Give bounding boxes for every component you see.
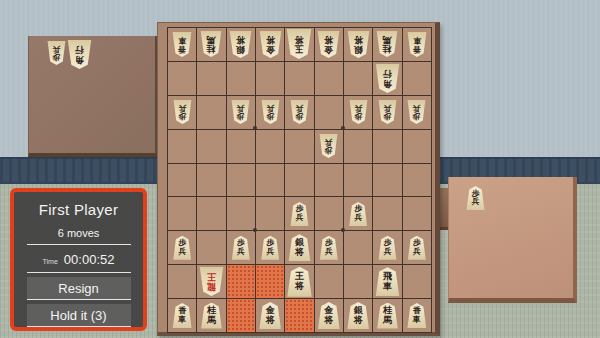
board-square-2-7[interactable]: 歩兵 [373,231,401,264]
board-square-6-4[interactable] [256,130,284,163]
piece-kanji: 香 [178,44,186,53]
piece-kanji: 行 [75,45,84,55]
piece-kanji: 兵 [325,248,333,257]
board-square-2-4[interactable] [373,130,401,163]
piece-p-sente[interactable]: 歩兵 [173,236,192,260]
board-square-1-5[interactable] [403,164,431,197]
board-square-1-4[interactable] [403,130,431,163]
star-point [341,228,345,232]
board-square-4-6[interactable] [315,197,343,230]
piece-kanji: 角 [75,55,84,65]
hold-it-button[interactable]: Hold it (3) [27,304,131,327]
board-square-5-2[interactable] [285,62,313,95]
piece-kanji: 馬 [383,316,392,326]
board-square-4-5[interactable] [315,164,343,197]
piece-kanji: 兵 [383,248,391,257]
piece-kanji: 車 [178,316,186,325]
board-square-1-2[interactable] [403,62,431,95]
piece-kanji: 歩 [354,112,362,121]
board-square-1-6[interactable] [403,197,431,230]
time-label: Time [43,258,58,265]
board-square-5-1[interactable]: 玉将 [285,28,313,61]
shogi-app: 歩兵角行 歩兵 香車桂馬銀将金将玉将金将銀将桂馬香車角行歩兵歩兵歩兵歩兵歩兵歩兵… [0,0,600,338]
board-square-4-2[interactable] [315,62,343,95]
board-square-7-3[interactable]: 歩兵 [227,96,255,129]
piece-kanji: 龍 [207,282,216,292]
hold-it-button-label: Hold it (3) [50,308,106,323]
board-square-5-9[interactable] [285,299,313,332]
board-square-6-9[interactable]: 金将 [256,299,284,332]
piece-kanji: 歩 [53,53,61,62]
piece-kanji: 金 [266,44,275,54]
piece-kanji: 馬 [207,316,216,326]
board-square-1-7[interactable]: 歩兵 [403,231,431,264]
board-square-2-9[interactable]: 桂馬 [373,299,401,332]
piece-kanji: 銀 [236,44,245,54]
board-square-6-2[interactable] [256,62,284,95]
piece-kanji: 将 [354,35,363,45]
board-square-6-6[interactable] [256,197,284,230]
board-square-9-7[interactable]: 歩兵 [168,231,196,264]
board-grid: 香車桂馬銀将金将玉将金将銀将桂馬香車角行歩兵歩兵歩兵歩兵歩兵歩兵歩兵歩兵歩兵歩兵… [167,27,432,333]
board-square-2-5[interactable] [373,164,401,197]
board-square-6-1[interactable]: 金将 [256,28,284,61]
board-square-3-5[interactable] [344,164,372,197]
board-square-7-2[interactable] [227,62,255,95]
board-square-7-1[interactable]: 銀将 [227,28,255,61]
piece-p-sente[interactable]: 歩兵 [466,186,485,210]
board-square-4-7[interactable]: 歩兵 [315,231,343,264]
piece-kanji: 将 [354,316,363,326]
piece-kanji: 金 [324,44,333,54]
board-square-3-6[interactable]: 歩兵 [344,197,372,230]
move-count-label: 6 moves [58,227,100,239]
sente-komadai: 歩兵 [448,177,577,303]
board-square-8-5[interactable] [197,164,225,197]
piece-n-sente[interactable]: 桂馬 [200,303,222,329]
board-square-2-6[interactable] [373,197,401,230]
board-square-8-9[interactable]: 桂馬 [197,299,225,332]
piece-p-gote[interactable]: 歩兵 [378,100,397,124]
board-square-1-3[interactable]: 歩兵 [403,96,431,129]
piece-kanji: 玉 [295,44,304,54]
board-square-1-1[interactable]: 香車 [403,28,431,61]
piece-kanji: 兵 [237,104,245,113]
piece-kanji: 兵 [354,104,362,113]
piece-kanji: 兵 [295,104,303,113]
board-square-4-4[interactable]: 歩兵 [315,130,343,163]
piece-s-gote[interactable]: 銀将 [347,31,370,58]
piece-kanji: 兵 [325,138,333,147]
piece-p-sente[interactable]: 歩兵 [261,236,280,260]
piece-kanji: 将 [324,316,333,326]
piece-promoted-r-gote[interactable]: 龍王 [199,267,224,296]
piece-kanji: 将 [295,248,304,258]
board-square-5-6[interactable]: 歩兵 [285,197,313,230]
piece-kanji: 兵 [178,104,186,113]
piece-kanji: 歩 [383,112,391,121]
board-square-2-1[interactable]: 桂馬 [373,28,401,61]
piece-kanji: 王 [207,272,216,282]
piece-n-sente[interactable]: 桂馬 [376,303,398,329]
piece-kanji: 将 [295,282,304,292]
board-square-8-7[interactable] [197,231,225,264]
board-square-9-6[interactable] [168,197,196,230]
board-square-3-7[interactable] [344,231,372,264]
board-square-5-4[interactable] [285,130,313,163]
piece-kanji: 兵 [266,104,274,113]
player-name-label: First Player [39,201,118,218]
piece-kanji: 将 [266,35,275,45]
piece-b-gote[interactable]: 角行 [375,64,400,93]
star-point [341,126,345,130]
board-square-5-3[interactable]: 歩兵 [285,96,313,129]
piece-p-sente[interactable]: 歩兵 [349,202,368,226]
piece-g-sente[interactable]: 金将 [317,302,340,329]
piece-p-gote[interactable]: 歩兵 [47,41,66,65]
piece-kanji: 桂 [383,44,392,54]
resign-button-label: Resign [58,281,98,296]
board-square-1-8[interactable] [403,265,431,298]
piece-kanji: 兵 [354,214,362,223]
piece-kanji: 兵 [413,248,421,257]
piece-g-gote[interactable]: 金将 [317,31,340,58]
board-square-7-4[interactable] [227,130,255,163]
board-square-7-9[interactable] [227,299,255,332]
board-square-9-8[interactable] [168,265,196,298]
piece-kanji: 馬 [383,35,392,45]
board-square-3-4[interactable] [344,130,372,163]
piece-l-sente[interactable]: 香車 [172,303,192,328]
piece-s-sente[interactable]: 銀将 [288,234,311,261]
board-square-5-7[interactable]: 銀将 [285,231,313,264]
piece-kanji: 銀 [354,44,363,54]
piece-l-sente[interactable]: 香車 [407,303,427,328]
piece-s-sente[interactable]: 銀将 [347,302,370,329]
piece-l-gote[interactable]: 香車 [172,32,192,57]
piece-p-sente[interactable]: 歩兵 [290,202,309,226]
piece-p-sente[interactable]: 歩兵 [319,236,338,260]
piece-kanji: 歩 [266,112,274,121]
piece-s-gote[interactable]: 銀将 [229,31,252,58]
piece-kanji: 歩 [295,112,303,121]
piece-p-sente[interactable]: 歩兵 [378,236,397,260]
divider [27,272,131,273]
piece-kanji: 行 [383,69,392,79]
piece-p-gote[interactable]: 歩兵 [290,100,309,124]
board-square-6-7[interactable]: 歩兵 [256,231,284,264]
board-square-6-8[interactable] [256,265,284,298]
board-square-7-5[interactable] [227,164,255,197]
star-point [253,126,257,130]
clock-value: 00:00:52 [64,252,115,267]
board-square-7-8[interactable] [227,265,255,298]
piece-kanji: 兵 [383,104,391,113]
piece-kanji: 兵 [266,248,274,257]
board-square-1-9[interactable]: 香車 [403,299,431,332]
piece-kanji: 車 [383,282,392,292]
piece-kanji: 車 [413,316,421,325]
board-square-3-1[interactable]: 銀将 [344,28,372,61]
piece-p-gote[interactable]: 歩兵 [407,100,426,124]
board-square-6-5[interactable] [256,164,284,197]
piece-kanji: 車 [178,36,186,45]
piece-p-sente[interactable]: 歩兵 [231,236,250,260]
board-square-8-8[interactable]: 龍王 [197,265,225,298]
piece-p-gote[interactable]: 歩兵 [349,100,368,124]
piece-kanji: 将 [236,35,245,45]
board-square-9-1[interactable]: 香車 [168,28,196,61]
shogi-board: 香車桂馬銀将金将玉将金将銀将桂馬香車角行歩兵歩兵歩兵歩兵歩兵歩兵歩兵歩兵歩兵歩兵… [157,22,440,336]
piece-p-sente[interactable]: 歩兵 [407,236,426,260]
piece-kanji: 兵 [178,248,186,257]
piece-kanji: 兵 [53,45,61,54]
piece-kanji: 歩 [413,112,421,121]
board-square-8-6[interactable] [197,197,225,230]
piece-kanji: 兵 [295,214,303,223]
board-square-9-2[interactable] [168,62,196,95]
player-info-panel: First Player 6 moves Time 00:00:52 Resig… [10,188,147,331]
board-square-3-9[interactable]: 銀将 [344,299,372,332]
board-square-2-2[interactable]: 角行 [373,62,401,95]
piece-g-gote[interactable]: 金将 [259,31,282,58]
piece-l-gote[interactable]: 香車 [407,32,427,57]
piece-p-gote[interactable]: 歩兵 [319,134,338,158]
board-square-3-3[interactable]: 歩兵 [344,96,372,129]
board-square-4-1[interactable]: 金将 [315,28,343,61]
piece-kanji: 歩 [178,112,186,121]
board-square-4-9[interactable]: 金将 [315,299,343,332]
board-square-9-9[interactable]: 香車 [168,299,196,332]
board-square-9-4[interactable] [168,130,196,163]
piece-kanji: 将 [266,316,275,326]
board-square-5-8[interactable]: 王将 [285,265,313,298]
board-square-8-1[interactable]: 桂馬 [197,28,225,61]
piece-b-gote[interactable]: 角行 [67,40,92,69]
piece-r-sente[interactable]: 飛車 [375,267,400,296]
board-square-2-3[interactable]: 歩兵 [373,96,401,129]
piece-kanji: 将 [324,35,333,45]
board-square-6-3[interactable]: 歩兵 [256,96,284,129]
piece-kanji: 歩 [237,112,245,121]
piece-kanji: 桂 [207,44,216,54]
board-square-8-3[interactable] [197,96,225,129]
piece-kanji: 将 [295,35,304,45]
board-square-2-8[interactable]: 飛車 [373,265,401,298]
piece-k-gote[interactable]: 玉将 [286,29,312,59]
resign-button[interactable]: Resign [27,277,131,300]
piece-g-sente[interactable]: 金将 [259,302,282,329]
piece-kanji: 角 [383,78,392,88]
divider [27,244,131,245]
board-square-9-5[interactable] [168,164,196,197]
board-square-3-2[interactable] [344,62,372,95]
piece-kanji: 馬 [207,35,216,45]
piece-kanji: 歩 [325,146,333,155]
board-square-4-3[interactable] [315,96,343,129]
piece-n-gote[interactable]: 桂馬 [376,31,398,57]
piece-n-gote[interactable]: 桂馬 [200,31,222,57]
piece-k-sente[interactable]: 王将 [286,267,312,297]
piece-kanji: 兵 [472,198,480,207]
gote-komadai: 歩兵角行 [28,36,158,157]
piece-kanji: 香 [413,44,421,53]
piece-p-gote[interactable]: 歩兵 [261,100,280,124]
piece-p-gote[interactable]: 歩兵 [173,100,192,124]
piece-kanji: 車 [413,36,421,45]
board-square-4-8[interactable] [315,265,343,298]
board-square-9-3[interactable]: 歩兵 [168,96,196,129]
board-square-8-2[interactable] [197,62,225,95]
board-square-5-5[interactable] [285,164,313,197]
piece-kanji: 兵 [237,248,245,257]
board-square-8-4[interactable] [197,130,225,163]
board-square-7-6[interactable] [227,197,255,230]
board-square-3-8[interactable] [344,265,372,298]
star-point [253,228,257,232]
piece-kanji: 兵 [413,104,421,113]
board-square-7-7[interactable]: 歩兵 [227,231,255,264]
piece-p-gote[interactable]: 歩兵 [231,100,250,124]
